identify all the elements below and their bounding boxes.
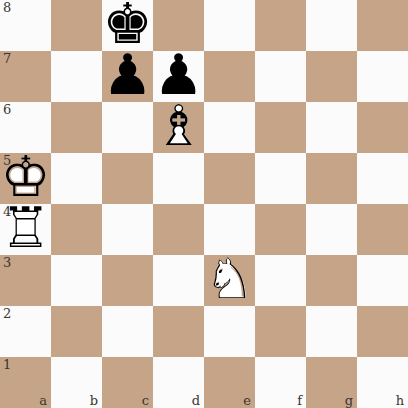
square-e8[interactable] [204,0,255,51]
square-h5[interactable] [357,153,408,204]
piece-white-bishop-fill: ♝ [153,100,204,151]
square-f5[interactable] [255,153,306,204]
square-h6[interactable] [357,102,408,153]
square-h1[interactable]: h [357,357,408,408]
square-a8[interactable]: 8 [0,0,51,51]
square-e5[interactable] [204,153,255,204]
square-e4[interactable] [204,204,255,255]
square-b6[interactable] [51,102,102,153]
rank-label-4: 4 [3,205,11,219]
square-g7[interactable] [306,51,357,102]
file-label-f: f [297,394,302,408]
square-c2[interactable] [102,306,153,357]
file-label-h: h [396,394,404,408]
square-f4[interactable] [255,204,306,255]
square-h7[interactable] [357,51,408,102]
square-e6[interactable] [204,102,255,153]
file-label-a: a [39,394,47,408]
square-d2[interactable] [153,306,204,357]
square-g8[interactable] [306,0,357,51]
square-e2[interactable] [204,306,255,357]
piece-black-pawn-fill: ♟ [102,49,153,100]
square-f6[interactable] [255,102,306,153]
chess-board: 8♚7♟♟6♝♗5♚♔4♜♖3♞♘21abcdefgh [0,0,408,408]
square-e3[interactable]: ♞♘ [204,255,255,306]
square-g3[interactable] [306,255,357,306]
square-b3[interactable] [51,255,102,306]
square-f3[interactable] [255,255,306,306]
square-b8[interactable] [51,0,102,51]
square-d7[interactable]: ♟ [153,51,204,102]
rank-label-7: 7 [3,52,11,66]
square-f1[interactable]: f [255,357,306,408]
square-a6[interactable]: 6 [0,102,51,153]
square-d3[interactable] [153,255,204,306]
rank-label-5: 5 [3,154,11,168]
square-g4[interactable] [306,204,357,255]
piece-white-knight-fill: ♞ [204,253,255,304]
piece-white-rook-outline: ♖ [0,202,51,253]
file-label-g: g [345,394,353,408]
square-b2[interactable] [51,306,102,357]
square-h8[interactable] [357,0,408,51]
square-f2[interactable] [255,306,306,357]
square-b5[interactable] [51,153,102,204]
square-a7[interactable]: 7 [0,51,51,102]
square-a2[interactable]: 2 [0,306,51,357]
square-c7[interactable]: ♟ [102,51,153,102]
piece-white-king-outline: ♔ [0,151,51,202]
square-a5[interactable]: 5♚♔ [0,153,51,204]
file-label-d: d [192,394,200,408]
square-h3[interactable] [357,255,408,306]
square-d8[interactable] [153,0,204,51]
file-label-b: b [90,394,98,408]
rank-label-3: 3 [3,256,11,270]
square-f7[interactable] [255,51,306,102]
square-c1[interactable]: c [102,357,153,408]
piece-white-king-fill: ♚ [0,151,51,202]
piece-white-rook-fill: ♜ [0,202,51,253]
rank-label-2: 2 [3,307,11,321]
square-h4[interactable] [357,204,408,255]
square-h2[interactable] [357,306,408,357]
square-d6[interactable]: ♝♗ [153,102,204,153]
piece-black-pawn-fill: ♟ [153,49,204,100]
rank-label-1: 1 [3,358,11,372]
square-c8[interactable]: ♚ [102,0,153,51]
square-c5[interactable] [102,153,153,204]
rank-label-8: 8 [3,1,11,15]
square-g6[interactable] [306,102,357,153]
square-e1[interactable]: e [204,357,255,408]
square-d4[interactable] [153,204,204,255]
square-f8[interactable] [255,0,306,51]
square-a3[interactable]: 3 [0,255,51,306]
square-g5[interactable] [306,153,357,204]
file-label-c: c [142,394,149,408]
square-g2[interactable] [306,306,357,357]
square-c6[interactable] [102,102,153,153]
square-c3[interactable] [102,255,153,306]
piece-white-bishop-outline: ♗ [153,100,204,151]
rank-label-6: 6 [3,103,11,117]
file-label-e: e [243,394,251,408]
square-a4[interactable]: 4♜♖ [0,204,51,255]
square-b1[interactable]: b [51,357,102,408]
square-b4[interactable] [51,204,102,255]
piece-black-king-fill: ♚ [102,0,153,49]
square-a1[interactable]: 1a [0,357,51,408]
square-e7[interactable] [204,51,255,102]
square-d5[interactable] [153,153,204,204]
piece-white-knight-outline: ♘ [204,253,255,304]
square-d1[interactable]: d [153,357,204,408]
square-b7[interactable] [51,51,102,102]
square-g1[interactable]: g [306,357,357,408]
square-c4[interactable] [102,204,153,255]
